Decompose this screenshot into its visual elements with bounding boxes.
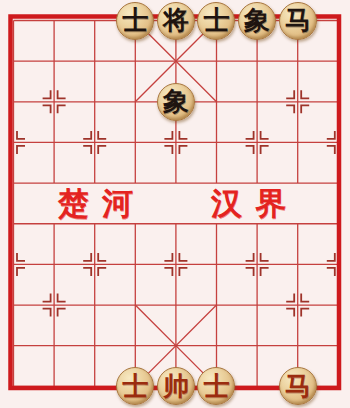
piece-grid: 士将士象马象士帅士马 (0, 0, 350, 407)
xiangqi-board: 楚河 汉界 士将士象马象士帅士马 (0, 0, 350, 408)
piece-black-general[interactable]: 将 (157, 2, 195, 40)
piece-black-elephant[interactable]: 象 (238, 2, 276, 40)
piece-black-elephant[interactable]: 象 (157, 83, 195, 121)
piece-red-general[interactable]: 帅 (157, 367, 195, 405)
piece-black-advisor[interactable]: 士 (116, 2, 154, 40)
piece-red-horse[interactable]: 马 (279, 367, 317, 405)
piece-black-advisor[interactable]: 士 (197, 2, 235, 40)
piece-red-advisor[interactable]: 士 (116, 367, 154, 405)
piece-red-advisor[interactable]: 士 (197, 367, 235, 405)
piece-black-horse[interactable]: 马 (279, 2, 317, 40)
